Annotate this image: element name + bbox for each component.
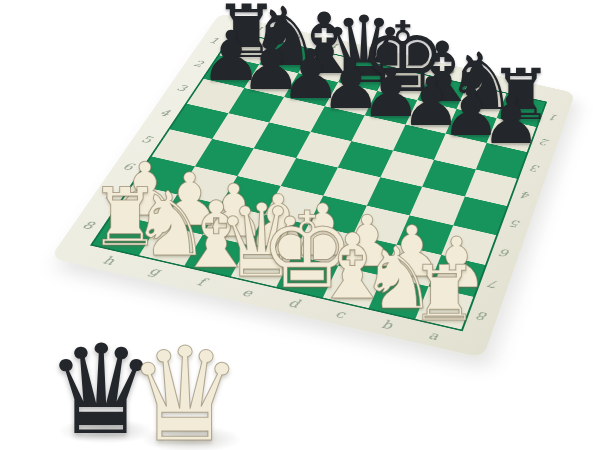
labels-near-c: c xyxy=(333,307,347,322)
labels-left-1: 1 xyxy=(207,35,221,45)
labels-far-a: a xyxy=(523,85,534,96)
labels-right-3: 3 xyxy=(530,162,542,174)
labels-right-6: 6 xyxy=(499,246,512,259)
chess-board: 12345678 12345678 hgfedcba hgfedcba xyxy=(50,13,575,358)
labels-right-8: 8 xyxy=(476,309,490,324)
labels-right-7: 7 xyxy=(488,277,501,291)
labels-near-d: d xyxy=(286,296,302,311)
labels-far-b: b xyxy=(484,76,496,87)
labels-far-d: d xyxy=(407,59,419,69)
vinyl-board-mat: 12345678 12345678 hgfedcba hgfedcba xyxy=(50,13,575,358)
labels-right-4: 4 xyxy=(520,189,532,201)
foreground-white-queen: ♛ xyxy=(127,330,244,450)
labels-left-7: 7 xyxy=(100,189,116,202)
labels-near-h: h xyxy=(100,253,117,267)
labels-near-g: g xyxy=(146,264,163,278)
labels-near-f: f xyxy=(195,275,208,289)
labels-far-h: h xyxy=(252,24,265,34)
labels-right-1: 1 xyxy=(548,112,559,123)
labels-left-5: 5 xyxy=(139,133,154,145)
labels-far-c: c xyxy=(446,67,457,77)
labels-near-b: b xyxy=(379,317,394,332)
labels-left-4: 4 xyxy=(157,107,172,119)
labels-far-f: f xyxy=(331,42,340,52)
labels-left-6: 6 xyxy=(120,160,136,173)
labels-near-a: a xyxy=(427,328,441,343)
labels-near-e: e xyxy=(240,285,255,300)
labels-right-5: 5 xyxy=(510,217,523,230)
labels-left-3: 3 xyxy=(175,82,190,93)
board-grid xyxy=(90,31,547,331)
labels-far-g: g xyxy=(291,33,304,43)
labels-left-8: 8 xyxy=(79,219,96,233)
labels-far-e: e xyxy=(368,50,380,60)
labels-left-2: 2 xyxy=(191,58,205,69)
chess-set-photo: 12345678 12345678 hgfedcba hgfedcba ♜♞♝♛… xyxy=(0,0,600,450)
labels-right-2: 2 xyxy=(539,137,551,148)
